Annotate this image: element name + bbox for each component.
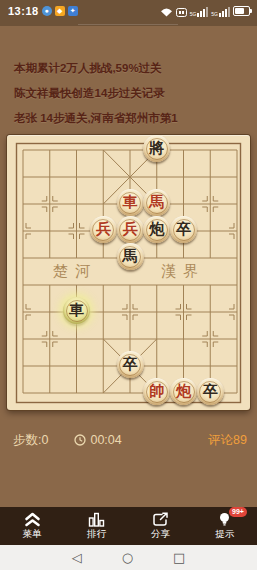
xiangqi-board[interactable]: 楚河 漢界 將車馬兵兵炮卒馬車卒帥炮卒 xyxy=(7,135,250,410)
system-home-button[interactable]: ○ xyxy=(122,545,133,570)
notice-line-3: 老张 14步通关,河南省郑州市第1 xyxy=(14,106,178,131)
timer: 00:04 xyxy=(74,433,121,447)
comments-link[interactable]: 评论89 xyxy=(208,432,247,449)
piece-red-兵-c4r3[interactable]: 兵 xyxy=(117,216,144,243)
nav-share-button[interactable]: 分享 xyxy=(139,512,183,541)
piece-red-車-c4r2[interactable]: 車 xyxy=(117,189,144,216)
battery-icon xyxy=(233,6,250,16)
piece-black-卒-c4r8[interactable]: 卒 xyxy=(117,351,144,378)
ranking-icon xyxy=(88,512,105,527)
notch-divider xyxy=(78,24,178,25)
piece-black-卒-c6r3[interactable]: 卒 xyxy=(170,216,197,243)
system-recents-button[interactable]: □ xyxy=(173,545,185,570)
hint-count-badge: 99+ xyxy=(229,507,247,517)
river-label-right: 漢界 xyxy=(143,262,223,281)
piece-black-卒-c7r9[interactable]: 卒 xyxy=(197,378,224,405)
piece-black-馬-c4r4[interactable]: 馬 xyxy=(117,243,144,270)
piece-red-炮-c6r9[interactable]: 炮 xyxy=(170,378,197,405)
nav-hint-button[interactable]: 提示 99+ xyxy=(203,512,247,541)
piece-black-車-c2r6[interactable]: 車 xyxy=(63,297,90,324)
nav-menu-button[interactable]: 菜单 xyxy=(10,512,54,541)
timer-value: 00:04 xyxy=(90,433,121,447)
notification-app-icon-2: ◆ xyxy=(55,6,65,16)
nav-ranking-button[interactable]: 排行 xyxy=(74,512,118,541)
menu-up-icon xyxy=(24,512,41,527)
notification-app-icon-1: ● xyxy=(42,6,52,16)
signal-sim1-icon: 5G xyxy=(190,7,209,17)
system-nav-bar: ◁ ○ □ xyxy=(0,545,257,570)
phone-screen: 13:18 ● ◆ ✦ 5G 5G 本期累计2万人挑战,59%过关 陈文祥最快创… xyxy=(0,0,257,570)
notification-app-icon-3: ✦ xyxy=(68,6,78,16)
wifi-icon xyxy=(160,7,173,17)
share-icon xyxy=(152,512,169,527)
piece-red-兵-c3r3[interactable]: 兵 xyxy=(90,216,117,243)
status-bar: 13:18 ● ◆ ✦ 5G 5G xyxy=(0,0,257,26)
volte-icon xyxy=(176,8,187,17)
info-bar: 步数:0 00:04 评论89 xyxy=(13,431,247,449)
river-label-left: 楚河 xyxy=(35,262,115,281)
clock-icon xyxy=(74,434,86,446)
clock-time: 13:18 xyxy=(8,5,39,17)
notice-line-2: 陈文祥最快创造14步过关记录 xyxy=(14,81,178,106)
system-back-button[interactable]: ◁ xyxy=(72,545,82,570)
bottom-nav-bar: 菜单 排行 分享 提示 99+ xyxy=(0,507,257,545)
steps-counter: 步数:0 xyxy=(13,432,48,449)
signal-sim2-icon: 5G xyxy=(211,7,230,17)
challenge-notice: 本期累计2万人挑战,59%过关 陈文祥最快创造14步过关记录 老张 14步通关,… xyxy=(14,56,178,131)
notice-line-1: 本期累计2万人挑战,59%过关 xyxy=(14,56,178,81)
